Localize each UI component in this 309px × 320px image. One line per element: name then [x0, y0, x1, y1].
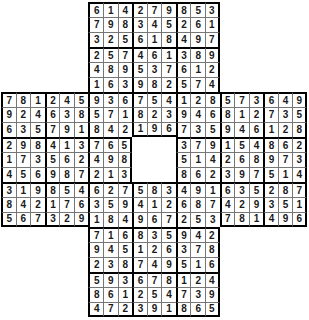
cell-r17-c12[interactable]: 5 [176, 257, 191, 272]
cell-r12-c9[interactable]: 5 [132, 182, 147, 197]
cell-r0-c6[interactable]: 6 [88, 2, 103, 17]
cell-r5-c6[interactable]: 1 [88, 77, 103, 92]
cell-r8-c15[interactable]: 9 [220, 122, 235, 137]
cell-r9-c5[interactable]: 3 [74, 137, 89, 152]
cell-r12-c12[interactable]: 4 [176, 182, 191, 197]
cell-r17-c13[interactable]: 1 [190, 257, 205, 272]
cell-r9-c7[interactable]: 6 [103, 137, 118, 152]
cell-r14-c6[interactable]: 1 [88, 212, 103, 227]
cell-r7-c9[interactable]: 8 [132, 107, 147, 122]
cell-r8-c5[interactable]: 1 [74, 122, 89, 137]
cell-r8-c12[interactable]: 7 [176, 122, 191, 137]
cell-r12-c4[interactable]: 5 [59, 182, 74, 197]
cell-r16-c8[interactable]: 5 [118, 242, 133, 257]
cell-r8-c8[interactable]: 2 [118, 122, 133, 137]
cell-r19-c13[interactable]: 3 [190, 287, 205, 302]
cell-r12-c5[interactable]: 4 [74, 182, 89, 197]
cell-r13-c2[interactable]: 2 [30, 197, 45, 212]
cell-r13-c20[interactable]: 1 [292, 197, 307, 212]
cell-r15-c7[interactable]: 1 [103, 227, 118, 242]
cell-r7-c2[interactable]: 4 [30, 107, 45, 122]
cell-r11-c17[interactable]: 7 [249, 167, 264, 182]
cell-r8-c2[interactable]: 5 [30, 122, 45, 137]
cell-r1-c12[interactable]: 2 [176, 17, 191, 32]
cell-r4-c14[interactable]: 2 [205, 62, 220, 77]
cell-r6-c13[interactable]: 2 [190, 92, 205, 107]
cell-r12-c19[interactable]: 8 [278, 182, 293, 197]
cell-r14-c5[interactable]: 9 [74, 212, 89, 227]
cell-r14-c14[interactable]: 3 [205, 212, 220, 227]
cell-r14-c12[interactable]: 2 [176, 212, 191, 227]
cell-r14-c3[interactable]: 3 [45, 212, 60, 227]
cell-r2-c6[interactable]: 3 [88, 32, 103, 47]
cell-r12-c13[interactable]: 9 [190, 182, 205, 197]
cell-r4-c12[interactable]: 6 [176, 62, 191, 77]
cell-r11-c16[interactable]: 9 [234, 167, 249, 182]
cell-r6-c5[interactable]: 5 [74, 92, 89, 107]
cell-r7-c0[interactable]: 9 [1, 107, 16, 122]
cell-r7-c7[interactable]: 7 [103, 107, 118, 122]
cell-r11-c4[interactable]: 8 [59, 167, 74, 182]
cell-r14-c18[interactable]: 4 [263, 212, 278, 227]
cell-r2-c14[interactable]: 7 [205, 32, 220, 47]
cell-r8-c3[interactable]: 7 [45, 122, 60, 137]
cell-r7-c19[interactable]: 3 [278, 107, 293, 122]
cell-r12-c8[interactable]: 7 [118, 182, 133, 197]
cell-r14-c15[interactable]: 7 [220, 212, 235, 227]
cell-r14-c1[interactable]: 6 [16, 212, 31, 227]
cell-r12-c14[interactable]: 1 [205, 182, 220, 197]
cell-r9-c20[interactable]: 2 [292, 137, 307, 152]
cell-r3-c11[interactable]: 1 [161, 47, 176, 62]
cell-r14-c11[interactable]: 7 [161, 212, 176, 227]
cell-r20-c12[interactable]: 8 [176, 302, 191, 317]
cell-r13-c9[interactable]: 4 [132, 197, 147, 212]
cell-r6-c19[interactable]: 4 [278, 92, 293, 107]
cell-r6-c12[interactable]: 1 [176, 92, 191, 107]
cell-r4-c7[interactable]: 8 [103, 62, 118, 77]
cell-r14-c17[interactable]: 1 [249, 212, 264, 227]
cell-r16-c6[interactable]: 9 [88, 242, 103, 257]
cell-r18-c9[interactable]: 6 [132, 272, 147, 287]
cell-r9-c0[interactable]: 2 [1, 137, 16, 152]
cell-r5-c9[interactable]: 9 [132, 77, 147, 92]
cell-r18-c13[interactable]: 2 [190, 272, 205, 287]
cell-r12-c0[interactable]: 3 [1, 182, 16, 197]
cell-r6-c14[interactable]: 8 [205, 92, 220, 107]
cell-r13-c1[interactable]: 4 [16, 197, 31, 212]
cell-r16-c9[interactable]: 1 [132, 242, 147, 257]
cell-r5-c12[interactable]: 5 [176, 77, 191, 92]
cell-r10-c14[interactable]: 4 [205, 152, 220, 167]
cell-r19-c9[interactable]: 2 [132, 287, 147, 302]
cell-r18-c12[interactable]: 1 [176, 272, 191, 287]
cell-r19-c14[interactable]: 9 [205, 287, 220, 302]
cell-r11-c19[interactable]: 1 [278, 167, 293, 182]
cell-r13-c12[interactable]: 6 [176, 197, 191, 212]
cell-r7-c4[interactable]: 3 [59, 107, 74, 122]
cell-r8-c17[interactable]: 6 [249, 122, 264, 137]
cell-r5-c8[interactable]: 3 [118, 77, 133, 92]
cell-r18-c6[interactable]: 5 [88, 272, 103, 287]
cell-r4-c10[interactable]: 3 [147, 62, 162, 77]
cell-r7-c3[interactable]: 6 [45, 107, 60, 122]
cell-r1-c14[interactable]: 1 [205, 17, 220, 32]
cell-r10-c19[interactable]: 7 [278, 152, 293, 167]
cell-r10-c13[interactable]: 1 [190, 152, 205, 167]
cell-r6-c6[interactable]: 9 [88, 92, 103, 107]
cell-r20-c10[interactable]: 9 [147, 302, 162, 317]
cell-r8-c10[interactable]: 9 [147, 122, 162, 137]
cell-r8-c20[interactable]: 8 [292, 122, 307, 137]
cell-r10-c6[interactable]: 4 [88, 152, 103, 167]
cell-r8-c4[interactable]: 9 [59, 122, 74, 137]
cell-r2-c13[interactable]: 9 [190, 32, 205, 47]
cell-r16-c10[interactable]: 2 [147, 242, 162, 257]
cell-r17-c10[interactable]: 4 [147, 257, 162, 272]
cell-r6-c7[interactable]: 3 [103, 92, 118, 107]
cell-r13-c14[interactable]: 7 [205, 197, 220, 212]
cell-r6-c17[interactable]: 3 [249, 92, 264, 107]
cell-r5-c14[interactable]: 4 [205, 77, 220, 92]
cell-r13-c11[interactable]: 2 [161, 197, 176, 212]
cell-r13-c6[interactable]: 3 [88, 197, 103, 212]
cell-r0-c13[interactable]: 5 [190, 2, 205, 17]
cell-r13-c8[interactable]: 9 [118, 197, 133, 212]
cell-r14-c7[interactable]: 8 [103, 212, 118, 227]
cell-r17-c9[interactable]: 7 [132, 257, 147, 272]
cell-r11-c14[interactable]: 2 [205, 167, 220, 182]
cell-r10-c1[interactable]: 7 [16, 152, 31, 167]
cell-r18-c7[interactable]: 9 [103, 272, 118, 287]
cell-r9-c18[interactable]: 8 [263, 137, 278, 152]
cell-r1-c6[interactable]: 7 [88, 17, 103, 32]
cell-r8-c19[interactable]: 2 [278, 122, 293, 137]
cell-r13-c4[interactable]: 7 [59, 197, 74, 212]
cell-r7-c13[interactable]: 4 [190, 107, 205, 122]
cell-r9-c4[interactable]: 1 [59, 137, 74, 152]
cell-r11-c3[interactable]: 9 [45, 167, 60, 182]
cell-r10-c3[interactable]: 5 [45, 152, 60, 167]
cell-r15-c11[interactable]: 5 [161, 227, 176, 242]
cell-r10-c5[interactable]: 2 [74, 152, 89, 167]
cell-r11-c15[interactable]: 3 [220, 167, 235, 182]
cell-r1-c8[interactable]: 8 [118, 17, 133, 32]
cell-r14-c0[interactable]: 5 [1, 212, 16, 227]
cell-r19-c7[interactable]: 6 [103, 287, 118, 302]
cell-r10-c18[interactable]: 9 [263, 152, 278, 167]
cell-r0-c14[interactable]: 3 [205, 2, 220, 17]
cell-r15-c10[interactable]: 3 [147, 227, 162, 242]
cell-r19-c11[interactable]: 4 [161, 287, 176, 302]
cell-r13-c16[interactable]: 2 [234, 197, 249, 212]
cell-r6-c1[interactable]: 8 [16, 92, 31, 107]
cell-r8-c7[interactable]: 4 [103, 122, 118, 137]
cell-r2-c12[interactable]: 4 [176, 32, 191, 47]
cell-r2-c8[interactable]: 5 [118, 32, 133, 47]
cell-r7-c20[interactable]: 5 [292, 107, 307, 122]
cell-r19-c6[interactable]: 8 [88, 287, 103, 302]
cell-r15-c9[interactable]: 8 [132, 227, 147, 242]
cell-r7-c11[interactable]: 3 [161, 107, 176, 122]
cell-r9-c15[interactable]: 1 [220, 137, 235, 152]
cell-r7-c17[interactable]: 2 [249, 107, 264, 122]
cell-r13-c10[interactable]: 1 [147, 197, 162, 212]
cell-r10-c2[interactable]: 3 [30, 152, 45, 167]
cell-r20-c6[interactable]: 4 [88, 302, 103, 317]
cell-r16-c12[interactable]: 3 [176, 242, 191, 257]
cell-r11-c0[interactable]: 4 [1, 167, 16, 182]
cell-r10-c0[interactable]: 1 [1, 152, 16, 167]
cell-r9-c16[interactable]: 5 [234, 137, 249, 152]
cell-r6-c8[interactable]: 6 [118, 92, 133, 107]
cell-r9-c6[interactable]: 7 [88, 137, 103, 152]
cell-r8-c16[interactable]: 4 [234, 122, 249, 137]
cell-r5-c7[interactable]: 6 [103, 77, 118, 92]
cell-r20-c13[interactable]: 6 [190, 302, 205, 317]
cell-r15-c8[interactable]: 6 [118, 227, 133, 242]
cell-r8-c18[interactable]: 1 [263, 122, 278, 137]
cell-r16-c7[interactable]: 4 [103, 242, 118, 257]
cell-r9-c19[interactable]: 6 [278, 137, 293, 152]
cell-r7-c6[interactable]: 5 [88, 107, 103, 122]
cell-r10-c20[interactable]: 3 [292, 152, 307, 167]
cell-r15-c14[interactable]: 2 [205, 227, 220, 242]
cell-r0-c8[interactable]: 4 [118, 2, 133, 17]
cell-r0-c11[interactable]: 9 [161, 2, 176, 17]
cell-r10-c8[interactable]: 8 [118, 152, 133, 167]
cell-r20-c11[interactable]: 1 [161, 302, 176, 317]
cell-r13-c7[interactable]: 5 [103, 197, 118, 212]
cell-r2-c9[interactable]: 6 [132, 32, 147, 47]
cell-r6-c18[interactable]: 6 [263, 92, 278, 107]
cell-r11-c2[interactable]: 6 [30, 167, 45, 182]
cell-r5-c13[interactable]: 7 [190, 77, 205, 92]
cell-r12-c20[interactable]: 7 [292, 182, 307, 197]
cell-r20-c14[interactable]: 5 [205, 302, 220, 317]
sudoku-board: 6142798537983452613256184972574613894895… [1, 2, 307, 317]
cell-r4-c6[interactable]: 4 [88, 62, 103, 77]
cell-r6-c11[interactable]: 4 [161, 92, 176, 107]
cell-r9-c3[interactable]: 4 [45, 137, 60, 152]
cell-r1-c11[interactable]: 5 [161, 17, 176, 32]
cell-r13-c18[interactable]: 3 [263, 197, 278, 212]
cell-r3-c13[interactable]: 8 [190, 47, 205, 62]
cell-r11-c12[interactable]: 8 [176, 167, 191, 182]
cell-r8-c0[interactable]: 6 [1, 122, 16, 137]
cell-r4-c9[interactable]: 5 [132, 62, 147, 77]
cell-r10-c12[interactable]: 5 [176, 152, 191, 167]
cell-r9-c13[interactable]: 7 [190, 137, 205, 152]
cell-r7-c5[interactable]: 8 [74, 107, 89, 122]
cell-r19-c10[interactable]: 5 [147, 287, 162, 302]
sudoku-page: 6142798537983452613256184972574613894895… [0, 0, 309, 320]
cell-r14-c13[interactable]: 5 [190, 212, 205, 227]
cell-r3-c12[interactable]: 3 [176, 47, 191, 62]
cell-r9-c1[interactable]: 9 [16, 137, 31, 152]
cell-r5-c10[interactable]: 8 [147, 77, 162, 92]
cell-r0-c7[interactable]: 1 [103, 2, 118, 17]
cell-r6-c10[interactable]: 5 [147, 92, 162, 107]
cell-r12-c18[interactable]: 2 [263, 182, 278, 197]
cell-r6-c0[interactable]: 7 [1, 92, 16, 107]
cell-r18-c10[interactable]: 7 [147, 272, 162, 287]
cell-r2-c10[interactable]: 1 [147, 32, 162, 47]
cell-r7-c18[interactable]: 7 [263, 107, 278, 122]
cell-r14-c20[interactable]: 6 [292, 212, 307, 227]
cell-r14-c8[interactable]: 4 [118, 212, 133, 227]
cell-r11-c6[interactable]: 2 [88, 167, 103, 182]
cell-r14-c10[interactable]: 6 [147, 212, 162, 227]
cell-r6-c2[interactable]: 1 [30, 92, 45, 107]
cell-r6-c9[interactable]: 7 [132, 92, 147, 107]
cell-r20-c8[interactable]: 2 [118, 302, 133, 317]
cell-r14-c2[interactable]: 7 [30, 212, 45, 227]
cell-r17-c11[interactable]: 9 [161, 257, 176, 272]
cell-r10-c15[interactable]: 2 [220, 152, 235, 167]
cell-r12-c3[interactable]: 8 [45, 182, 60, 197]
cell-r13-c0[interactable]: 8 [1, 197, 16, 212]
cell-r1-c13[interactable]: 6 [190, 17, 205, 32]
cell-r3-c9[interactable]: 4 [132, 47, 147, 62]
cell-r8-c11[interactable]: 6 [161, 122, 176, 137]
cell-r9-c2[interactable]: 8 [30, 137, 45, 152]
cell-r6-c4[interactable]: 4 [59, 92, 74, 107]
cell-r18-c11[interactable]: 8 [161, 272, 176, 287]
cell-r12-c7[interactable]: 2 [103, 182, 118, 197]
cell-r7-c15[interactable]: 8 [220, 107, 235, 122]
cell-r14-c4[interactable]: 2 [59, 212, 74, 227]
cell-r8-c14[interactable]: 5 [205, 122, 220, 137]
cell-r12-c11[interactable]: 3 [161, 182, 176, 197]
cell-r1-c9[interactable]: 3 [132, 17, 147, 32]
cell-r12-c15[interactable]: 6 [220, 182, 235, 197]
cell-r3-c10[interactable]: 6 [147, 47, 162, 62]
cell-r11-c18[interactable]: 5 [263, 167, 278, 182]
cell-r17-c6[interactable]: 2 [88, 257, 103, 272]
cell-r17-c14[interactable]: 6 [205, 257, 220, 272]
cell-r7-c12[interactable]: 9 [176, 107, 191, 122]
cell-r12-c17[interactable]: 5 [249, 182, 264, 197]
cell-r13-c19[interactable]: 5 [278, 197, 293, 212]
cell-r15-c13[interactable]: 4 [190, 227, 205, 242]
cell-r12-c10[interactable]: 8 [147, 182, 162, 197]
cell-r8-c1[interactable]: 3 [16, 122, 31, 137]
cell-r14-c19[interactable]: 9 [278, 212, 293, 227]
cell-r12-c6[interactable]: 6 [88, 182, 103, 197]
cell-r11-c20[interactable]: 4 [292, 167, 307, 182]
cell-r9-c17[interactable]: 4 [249, 137, 264, 152]
cell-r3-c14[interactable]: 9 [205, 47, 220, 62]
cell-r13-c15[interactable]: 4 [220, 197, 235, 212]
cell-r0-c9[interactable]: 2 [132, 2, 147, 17]
cell-r18-c8[interactable]: 3 [118, 272, 133, 287]
cell-r3-c8[interactable]: 7 [118, 47, 133, 62]
cell-r1-c7[interactable]: 9 [103, 17, 118, 32]
cell-r13-c13[interactable]: 8 [190, 197, 205, 212]
cell-r12-c1[interactable]: 1 [16, 182, 31, 197]
cell-r4-c8[interactable]: 9 [118, 62, 133, 77]
cell-r11-c8[interactable]: 3 [118, 167, 133, 182]
cell-r16-c14[interactable]: 8 [205, 242, 220, 257]
cell-r10-c17[interactable]: 8 [249, 152, 264, 167]
cell-r2-c11[interactable]: 8 [161, 32, 176, 47]
cell-r19-c8[interactable]: 1 [118, 287, 133, 302]
cell-r7-c8[interactable]: 1 [118, 107, 133, 122]
cell-r0-c10[interactable]: 7 [147, 2, 162, 17]
cell-r7-c14[interactable]: 6 [205, 107, 220, 122]
cell-r10-c4[interactable]: 6 [59, 152, 74, 167]
cell-r14-c9[interactable]: 9 [132, 212, 147, 227]
cell-r20-c7[interactable]: 7 [103, 302, 118, 317]
cell-r1-c10[interactable]: 4 [147, 17, 162, 32]
cell-r10-c16[interactable]: 6 [234, 152, 249, 167]
cell-r6-c20[interactable]: 9 [292, 92, 307, 107]
cell-r9-c14[interactable]: 9 [205, 137, 220, 152]
cell-r8-c9[interactable]: 1 [132, 122, 147, 137]
cell-r11-c7[interactable]: 1 [103, 167, 118, 182]
cell-r20-c9[interactable]: 3 [132, 302, 147, 317]
cell-r17-c8[interactable]: 8 [118, 257, 133, 272]
cell-r15-c6[interactable]: 7 [88, 227, 103, 242]
cell-r4-c13[interactable]: 1 [190, 62, 205, 77]
cell-r16-c13[interactable]: 7 [190, 242, 205, 257]
cell-r7-c10[interactable]: 2 [147, 107, 162, 122]
cell-r9-c8[interactable]: 5 [118, 137, 133, 152]
cell-r16-c11[interactable]: 6 [161, 242, 176, 257]
cell-r15-c12[interactable]: 9 [176, 227, 191, 242]
cell-r2-c7[interactable]: 2 [103, 32, 118, 47]
cell-r17-c7[interactable]: 3 [103, 257, 118, 272]
cell-r13-c3[interactable]: 1 [45, 197, 60, 212]
cell-r8-c6[interactable]: 8 [88, 122, 103, 137]
cell-r14-c16[interactable]: 8 [234, 212, 249, 227]
cell-r19-c12[interactable]: 7 [176, 287, 191, 302]
cell-r13-c17[interactable]: 9 [249, 197, 264, 212]
cell-r12-c16[interactable]: 3 [234, 182, 249, 197]
cell-r6-c16[interactable]: 7 [234, 92, 249, 107]
cell-r10-c7[interactable]: 9 [103, 152, 118, 167]
cell-r3-c6[interactable]: 2 [88, 47, 103, 62]
cell-r18-c14[interactable]: 4 [205, 272, 220, 287]
cell-r11-c5[interactable]: 7 [74, 167, 89, 182]
cell-r8-c13[interactable]: 3 [190, 122, 205, 137]
cell-r11-c13[interactable]: 6 [190, 167, 205, 182]
cell-r4-c11[interactable]: 7 [161, 62, 176, 77]
cell-r5-c11[interactable]: 2 [161, 77, 176, 92]
cell-r3-c7[interactable]: 5 [103, 47, 118, 62]
cell-r6-c3[interactable]: 2 [45, 92, 60, 107]
cell-r7-c1[interactable]: 2 [16, 107, 31, 122]
cell-r6-c15[interactable]: 5 [220, 92, 235, 107]
cell-r0-c12[interactable]: 8 [176, 2, 191, 17]
cell-r12-c2[interactable]: 9 [30, 182, 45, 197]
cell-r11-c1[interactable]: 5 [16, 167, 31, 182]
cell-r13-c5[interactable]: 6 [74, 197, 89, 212]
cell-r9-c12[interactable]: 3 [176, 137, 191, 152]
cell-r7-c16[interactable]: 1 [234, 107, 249, 122]
